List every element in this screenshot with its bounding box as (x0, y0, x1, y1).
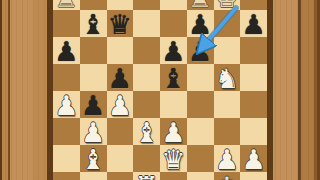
black-rook-a8[interactable]: ♜ (54, 0, 78, 11)
black-king-g8[interactable]: ♚ (215, 0, 239, 11)
square-e4[interactable] (160, 91, 187, 118)
square-h4[interactable] (240, 91, 267, 118)
square-d3[interactable]: ♝ (133, 118, 160, 145)
square-b5[interactable] (80, 64, 107, 91)
white-pawn-b3[interactable]: ♟ (81, 119, 105, 146)
white-pawn-h2[interactable]: ♟ (242, 146, 266, 173)
white-knight-g5[interactable]: ♞ (215, 65, 239, 92)
square-a7[interactable] (53, 10, 80, 37)
black-pawn-f7[interactable]: ♟ (188, 11, 212, 38)
black-pawn-e6[interactable]: ♟ (161, 38, 185, 65)
square-g3[interactable] (214, 118, 241, 145)
black-queen-c7[interactable]: ♛ (108, 11, 132, 38)
square-a5[interactable] (53, 64, 80, 91)
square-c6[interactable] (107, 37, 134, 64)
white-bishop-d3[interactable]: ♝ (135, 119, 159, 146)
square-d7[interactable] (133, 10, 160, 37)
white-pawn-e3[interactable]: ♟ (161, 119, 185, 146)
square-b3[interactable]: ♟ (80, 118, 107, 145)
black-pawn-f6[interactable]: ♟ (188, 38, 212, 65)
square-h6[interactable] (240, 37, 267, 64)
square-b4[interactable]: ♟ (80, 91, 107, 118)
black-pawn-a6[interactable]: ♟ (54, 38, 78, 65)
square-e3[interactable]: ♟ (160, 118, 187, 145)
square-e8[interactable] (160, 0, 187, 10)
square-b7[interactable]: ♝ (80, 10, 107, 37)
black-bishop-b7[interactable]: ♝ (81, 11, 105, 38)
white-pawn-a4[interactable]: ♟ (54, 92, 78, 119)
square-d5[interactable] (133, 64, 160, 91)
square-f2[interactable] (187, 145, 214, 172)
square-g5[interactable]: ♞ (214, 64, 241, 91)
black-pawn-c5[interactable]: ♟ (108, 65, 132, 92)
square-e5[interactable]: ♝ (160, 64, 187, 91)
square-b2[interactable]: ♝ (80, 145, 107, 172)
chess-thumbnail-scene: ♜♜♚♝♛♟♟♟♟♟♟♝♞♟♟♟♟♝♟♝♛♟♟♜♚ (0, 0, 320, 180)
black-pawn-b4[interactable]: ♟ (81, 92, 105, 119)
square-h2[interactable]: ♟ (240, 145, 267, 172)
square-c7[interactable]: ♛ (107, 10, 134, 37)
square-g8[interactable]: ♚ (214, 0, 241, 10)
square-d8[interactable] (133, 0, 160, 10)
square-c5[interactable]: ♟ (107, 64, 134, 91)
square-f1[interactable] (187, 172, 214, 180)
square-d1[interactable]: ♜ (133, 172, 160, 180)
white-queen-e2[interactable]: ♛ (161, 146, 185, 173)
white-rook-d1[interactable]: ♜ (135, 173, 159, 180)
square-c3[interactable] (107, 118, 134, 145)
square-g2[interactable]: ♟ (214, 145, 241, 172)
chess-board[interactable]: ♜♜♚♝♛♟♟♟♟♟♟♝♞♟♟♟♟♝♟♝♛♟♟♜♚ (53, 0, 267, 180)
square-d6[interactable] (133, 37, 160, 64)
square-c4[interactable]: ♟ (107, 91, 134, 118)
square-d2[interactable] (133, 145, 160, 172)
square-b6[interactable] (80, 37, 107, 64)
square-g4[interactable] (214, 91, 241, 118)
square-a1[interactable] (53, 172, 80, 180)
square-g7[interactable] (214, 10, 241, 37)
black-bishop-e5[interactable]: ♝ (161, 65, 185, 92)
square-a8[interactable]: ♜ (53, 0, 80, 10)
square-f4[interactable] (187, 91, 214, 118)
square-a2[interactable] (53, 145, 80, 172)
square-f7[interactable]: ♟ (187, 10, 214, 37)
square-e6[interactable]: ♟ (160, 37, 187, 64)
square-a6[interactable]: ♟ (53, 37, 80, 64)
square-f3[interactable] (187, 118, 214, 145)
white-pawn-c4[interactable]: ♟ (108, 92, 132, 119)
square-a3[interactable] (53, 118, 80, 145)
square-f5[interactable] (187, 64, 214, 91)
white-bishop-b2[interactable]: ♝ (81, 146, 105, 173)
square-h3[interactable] (240, 118, 267, 145)
square-d4[interactable] (133, 91, 160, 118)
black-pawn-h7[interactable]: ♟ (242, 11, 266, 38)
square-h5[interactable] (240, 64, 267, 91)
square-e7[interactable] (160, 10, 187, 37)
square-c2[interactable] (107, 145, 134, 172)
white-king-g1[interactable]: ♚ (215, 173, 239, 180)
square-c1[interactable] (107, 172, 134, 180)
square-g6[interactable] (214, 37, 241, 64)
square-f6[interactable]: ♟ (187, 37, 214, 64)
square-h7[interactable]: ♟ (240, 10, 267, 37)
square-a4[interactable]: ♟ (53, 91, 80, 118)
square-g1[interactable]: ♚ (214, 172, 241, 180)
white-pawn-g2[interactable]: ♟ (215, 146, 239, 173)
square-e2[interactable]: ♛ (160, 145, 187, 172)
